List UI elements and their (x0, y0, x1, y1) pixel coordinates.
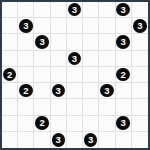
board-cell-r6c4[interactable]: 3 (51, 83, 67, 99)
board-cell-r8c5 (67, 116, 83, 132)
board-cell-r9c5 (67, 132, 83, 148)
board-cell-r7c3 (34, 99, 50, 115)
island-circle-r4c5[interactable]: 3 (68, 52, 82, 66)
board-cell-r6c6 (83, 83, 99, 99)
board-cell-r9c3 (34, 132, 50, 148)
board-cell-r6c1 (2, 83, 18, 99)
board-cell-r5c9 (132, 67, 148, 83)
board-cell-r4c8 (116, 51, 132, 67)
board-cell-r3c6 (83, 34, 99, 50)
board-cell-r4c6 (83, 51, 99, 67)
island-circle-r9c4[interactable]: 3 (52, 133, 66, 147)
board-cell-r2c8 (116, 18, 132, 34)
board-cell-r1c4 (51, 2, 67, 18)
island-circle-r5c8[interactable]: 2 (116, 68, 130, 82)
board-cell-r8c2 (18, 116, 34, 132)
board-cell-r6c7[interactable]: 3 (99, 83, 115, 99)
board-cell-r3c8[interactable]: 3 (116, 34, 132, 50)
board-cell-r3c7 (99, 34, 115, 50)
puzzle-board: 3333333222332333 (0, 0, 150, 150)
board-cell-r8c4 (51, 116, 67, 132)
board-cell-r4c4 (51, 51, 67, 67)
island-circle-r2c9[interactable]: 3 (133, 19, 147, 33)
board-cell-r5c8[interactable]: 2 (116, 67, 132, 83)
board-cell-r9c6[interactable]: 3 (83, 132, 99, 148)
board-cell-r3c1 (2, 34, 18, 50)
island-circle-r6c4[interactable]: 3 (52, 84, 66, 98)
board-cell-r7c7 (99, 99, 115, 115)
board-cell-r5c3 (34, 67, 50, 83)
board-cell-r4c1 (2, 51, 18, 67)
island-circle-r6c7[interactable]: 3 (100, 84, 114, 98)
board-cell-r5c4 (51, 67, 67, 83)
board-cell-r2c9[interactable]: 3 (132, 18, 148, 34)
island-circle-r1c5[interactable]: 3 (68, 3, 82, 17)
board-cell-r4c9 (132, 51, 148, 67)
board-cell-r3c3[interactable]: 3 (34, 34, 50, 50)
board-cell-r8c7 (99, 116, 115, 132)
board-cell-r4c5[interactable]: 3 (67, 51, 83, 67)
board-cell-r8c3[interactable]: 2 (34, 116, 50, 132)
board-cell-r7c8 (116, 99, 132, 115)
board-cell-r7c2 (18, 99, 34, 115)
board-cell-r2c3 (34, 18, 50, 34)
board-cell-r2c5 (67, 18, 83, 34)
board-cell-r9c2 (18, 132, 34, 148)
board-cell-r1c3 (34, 2, 50, 18)
board-cell-r1c9 (132, 2, 148, 18)
island-circle-r6c2[interactable]: 2 (19, 84, 33, 98)
board-cell-r1c6 (83, 2, 99, 18)
board-cell-r7c9 (132, 99, 148, 115)
board-cell-r3c9 (132, 34, 148, 50)
island-circle-r8c8[interactable]: 3 (116, 116, 130, 130)
board-cell-r5c5 (67, 67, 83, 83)
board-cell-r3c2 (18, 34, 34, 50)
board-cell-r9c9 (132, 132, 148, 148)
board-cell-r1c2 (18, 2, 34, 18)
board-cell-r1c7 (99, 2, 115, 18)
board-cell-r3c4 (51, 34, 67, 50)
board-cell-r1c1 (2, 2, 18, 18)
board-cell-r9c8 (116, 132, 132, 148)
board-cell-r8c8[interactable]: 3 (116, 116, 132, 132)
island-circle-r2c2[interactable]: 3 (19, 19, 33, 33)
board-cell-r7c4 (51, 99, 67, 115)
island-circle-r3c3[interactable]: 3 (35, 35, 49, 49)
board-cell-r2c7 (99, 18, 115, 34)
board-cell-r6c9 (132, 83, 148, 99)
board-cell-r5c2 (18, 67, 34, 83)
board-cell-r9c7 (99, 132, 115, 148)
board-cell-r2c6 (83, 18, 99, 34)
board-cell-r2c1 (2, 18, 18, 34)
board-cell-r5c7 (99, 67, 115, 83)
board-cell-r8c1 (2, 116, 18, 132)
board-cell-r9c1 (2, 132, 18, 148)
board-cell-r2c2[interactable]: 3 (18, 18, 34, 34)
island-circle-r3c8[interactable]: 3 (116, 35, 130, 49)
board-cell-r5c6 (83, 67, 99, 83)
board-cell-r3c5 (67, 34, 83, 50)
board-cell-r6c2[interactable]: 2 (18, 83, 34, 99)
board-cell-r2c4 (51, 18, 67, 34)
board-cell-r7c6 (83, 99, 99, 115)
board-cell-r1c8[interactable]: 3 (116, 2, 132, 18)
board-cell-r6c5 (67, 83, 83, 99)
board-cell-r5c1[interactable]: 2 (2, 67, 18, 83)
island-circle-r1c8[interactable]: 3 (116, 3, 130, 17)
board-cell-r9c4[interactable]: 3 (51, 132, 67, 148)
board-cell-r8c9 (132, 116, 148, 132)
board-cell-r4c7 (99, 51, 115, 67)
island-circle-r5c1[interactable]: 2 (3, 68, 17, 82)
board-cell-r1c5[interactable]: 3 (67, 2, 83, 18)
board-cell-r6c3 (34, 83, 50, 99)
board-cell-r7c1 (2, 99, 18, 115)
island-circle-r8c3[interactable]: 2 (35, 116, 49, 130)
board-cell-r8c6 (83, 116, 99, 132)
board-cell-r7c5 (67, 99, 83, 115)
board-cell-r6c8 (116, 83, 132, 99)
board-cell-r4c2 (18, 51, 34, 67)
board-cell-r4c3 (34, 51, 50, 67)
island-circle-r9c6[interactable]: 3 (84, 133, 98, 147)
